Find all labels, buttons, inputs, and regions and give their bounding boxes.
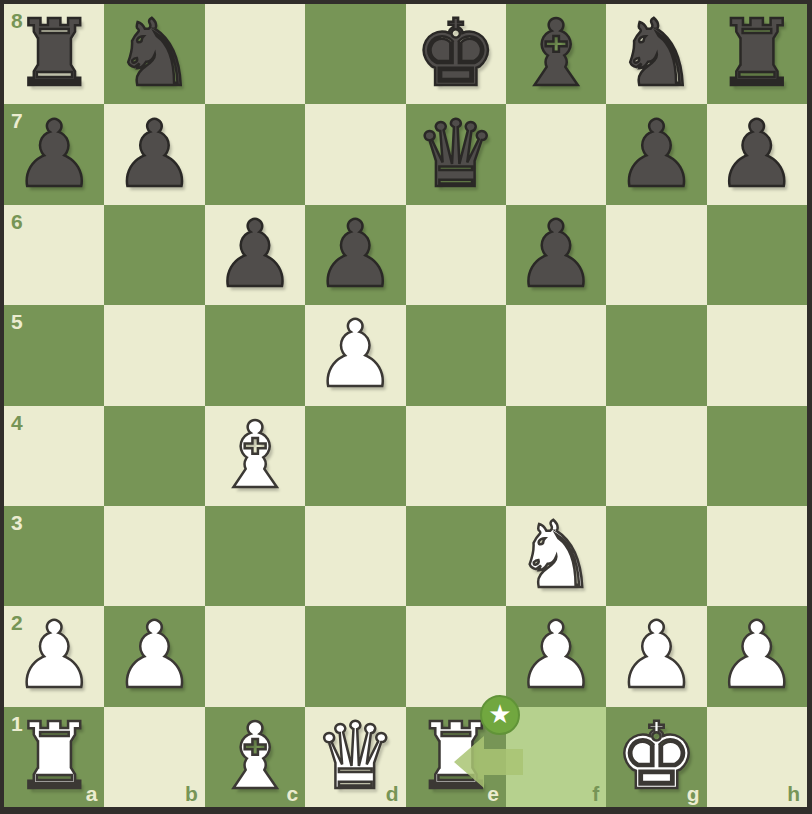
square-f4[interactable]: [506, 406, 606, 506]
square-a8[interactable]: 8♜: [4, 4, 104, 104]
square-h3[interactable]: [707, 506, 807, 606]
square-h5[interactable]: [707, 305, 807, 405]
square-e2[interactable]: [406, 606, 506, 706]
file-label-c: c: [286, 783, 298, 804]
square-c4[interactable]: ♝: [205, 406, 305, 506]
piece-black-bishop[interactable]: ♝: [515, 8, 597, 100]
piece-black-pawn[interactable]: ♟: [113, 109, 195, 201]
rank-label-5: 5: [11, 311, 23, 332]
square-c3[interactable]: [205, 506, 305, 606]
square-c7[interactable]: [205, 104, 305, 204]
piece-white-king[interactable]: ♚: [615, 711, 697, 803]
piece-black-rook[interactable]: ♜: [13, 8, 95, 100]
rank-label-3: 3: [11, 512, 23, 533]
square-g8[interactable]: ♞: [606, 4, 706, 104]
square-a3[interactable]: 3: [4, 506, 104, 606]
square-e8[interactable]: ♚: [406, 4, 506, 104]
square-h4[interactable]: [707, 406, 807, 506]
square-h8[interactable]: ♜: [707, 4, 807, 104]
piece-black-pawn[interactable]: ♟: [615, 109, 697, 201]
piece-white-pawn[interactable]: ♟: [515, 610, 597, 702]
square-c2[interactable]: [205, 606, 305, 706]
square-h7[interactable]: ♟: [707, 104, 807, 204]
square-c1[interactable]: c♝: [205, 707, 305, 807]
square-g2[interactable]: ♟: [606, 606, 706, 706]
square-d7[interactable]: [305, 104, 405, 204]
square-d1[interactable]: d♛: [305, 707, 405, 807]
square-f2[interactable]: ♟: [506, 606, 606, 706]
square-b1[interactable]: b: [104, 707, 204, 807]
piece-white-pawn[interactable]: ♟: [113, 610, 195, 702]
square-h1[interactable]: h: [707, 707, 807, 807]
square-d4[interactable]: [305, 406, 405, 506]
square-g1[interactable]: g♚: [606, 707, 706, 807]
file-label-e: e: [487, 783, 499, 804]
square-b8[interactable]: ♞: [104, 4, 204, 104]
piece-white-pawn[interactable]: ♟: [615, 610, 697, 702]
square-f6[interactable]: ♟: [506, 205, 606, 305]
square-e6[interactable]: [406, 205, 506, 305]
square-a5[interactable]: 5: [4, 305, 104, 405]
piece-black-queen[interactable]: ♛: [414, 109, 496, 201]
piece-black-pawn[interactable]: ♟: [214, 209, 296, 301]
square-b2[interactable]: ♟: [104, 606, 204, 706]
rank-label-1: 1: [11, 713, 23, 734]
square-c5[interactable]: [205, 305, 305, 405]
square-e5[interactable]: [406, 305, 506, 405]
piece-black-king[interactable]: ♚: [414, 8, 496, 100]
piece-black-pawn[interactable]: ♟: [314, 209, 396, 301]
square-d2[interactable]: [305, 606, 405, 706]
rank-label-6: 6: [11, 211, 23, 232]
file-label-h: h: [787, 783, 800, 804]
square-g7[interactable]: ♟: [606, 104, 706, 204]
square-b4[interactable]: [104, 406, 204, 506]
file-label-g: g: [687, 783, 700, 804]
rank-label-7: 7: [11, 110, 23, 131]
best-move-star-badge: ★: [480, 695, 520, 735]
square-a7[interactable]: 7♟: [4, 104, 104, 204]
file-label-a: a: [86, 783, 98, 804]
square-a1[interactable]: 1a♜: [4, 707, 104, 807]
rank-label-4: 4: [11, 412, 23, 433]
square-c8[interactable]: [205, 4, 305, 104]
piece-white-pawn[interactable]: ♟: [716, 610, 798, 702]
piece-black-pawn[interactable]: ♟: [515, 209, 597, 301]
piece-black-pawn[interactable]: ♟: [13, 109, 95, 201]
square-a2[interactable]: 2♟: [4, 606, 104, 706]
chess-board: 8♜♞♚♝♞♜7♟♟♛♟♟6♟♟♟5♟4♝3♞2♟♟♟♟♟1a♜bc♝d♛e♜f…: [4, 4, 807, 807]
square-g4[interactable]: [606, 406, 706, 506]
square-e7[interactable]: ♛: [406, 104, 506, 204]
rank-label-8: 8: [11, 10, 23, 31]
square-f7[interactable]: [506, 104, 606, 204]
square-b7[interactable]: ♟: [104, 104, 204, 204]
file-label-d: d: [386, 783, 399, 804]
square-d3[interactable]: [305, 506, 405, 606]
piece-white-pawn[interactable]: ♟: [13, 610, 95, 702]
square-f1[interactable]: f: [506, 707, 606, 807]
square-a6[interactable]: 6: [4, 205, 104, 305]
square-e3[interactable]: [406, 506, 506, 606]
square-c6[interactable]: ♟: [205, 205, 305, 305]
square-f3[interactable]: ♞: [506, 506, 606, 606]
square-g5[interactable]: [606, 305, 706, 405]
square-b3[interactable]: [104, 506, 204, 606]
square-h2[interactable]: ♟: [707, 606, 807, 706]
square-g6[interactable]: [606, 205, 706, 305]
piece-black-pawn[interactable]: ♟: [716, 109, 798, 201]
piece-black-knight[interactable]: ♞: [615, 8, 697, 100]
rank-label-2: 2: [11, 612, 23, 633]
piece-white-bishop[interactable]: ♝: [214, 410, 296, 502]
piece-white-queen[interactable]: ♛: [314, 711, 396, 803]
file-label-f: f: [592, 783, 599, 804]
square-f8[interactable]: ♝: [506, 4, 606, 104]
square-d5[interactable]: ♟: [305, 305, 405, 405]
piece-black-knight[interactable]: ♞: [113, 8, 195, 100]
square-d6[interactable]: ♟: [305, 205, 405, 305]
piece-black-rook[interactable]: ♜: [716, 8, 798, 100]
square-b6[interactable]: [104, 205, 204, 305]
square-e4[interactable]: [406, 406, 506, 506]
square-b5[interactable]: [104, 305, 204, 405]
square-h6[interactable]: [707, 205, 807, 305]
piece-white-pawn[interactable]: ♟: [314, 309, 396, 401]
square-g3[interactable]: [606, 506, 706, 606]
piece-white-rook[interactable]: ♜: [13, 711, 95, 803]
piece-white-knight[interactable]: ♞: [515, 510, 597, 602]
square-f5[interactable]: [506, 305, 606, 405]
square-d8[interactable]: [305, 4, 405, 104]
star-icon: ★: [488, 701, 511, 727]
square-a4[interactable]: 4: [4, 406, 104, 506]
file-label-b: b: [185, 783, 198, 804]
piece-white-bishop[interactable]: ♝: [214, 711, 296, 803]
